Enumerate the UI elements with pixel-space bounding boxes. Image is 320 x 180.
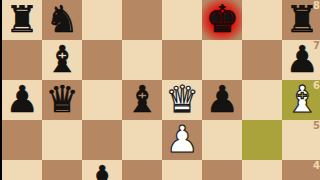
square-f6[interactable]: ♟ — [202, 80, 242, 120]
square-e8[interactable] — [162, 0, 202, 40]
black-pawn-piece[interactable]: ♟ — [202, 80, 242, 120]
square-a8[interactable]: ♜ — [2, 0, 42, 40]
black-queen-piece[interactable]: ♛ — [42, 80, 82, 120]
square-g7[interactable] — [242, 40, 282, 80]
white-queen-piece[interactable]: ♛ — [162, 80, 202, 120]
square-d5[interactable] — [122, 120, 162, 160]
square-g5[interactable] — [242, 120, 282, 160]
rank-label-8: 8 — [313, 0, 320, 11]
square-g6[interactable] — [242, 80, 282, 120]
square-g4[interactable] — [242, 160, 282, 180]
square-e6[interactable]: ♛ — [162, 80, 202, 120]
square-h8[interactable]: ♜8 — [282, 0, 320, 40]
black-pawn-piece[interactable]: ♟ — [2, 80, 42, 120]
square-b7[interactable]: ♝ — [42, 40, 82, 80]
square-f4[interactable] — [202, 160, 242, 180]
square-a4[interactable] — [2, 160, 42, 180]
rank-label-7: 7 — [313, 40, 320, 51]
square-h6[interactable]: ♝6 — [282, 80, 320, 120]
square-h5[interactable]: 5 — [282, 120, 320, 160]
black-rook-piece[interactable]: ♜ — [2, 0, 42, 40]
square-d7[interactable] — [122, 40, 162, 80]
square-b8[interactable]: ♞ — [42, 0, 82, 40]
square-d4[interactable] — [122, 160, 162, 180]
square-f8[interactable]: ♚ — [202, 0, 242, 40]
square-b5[interactable] — [42, 120, 82, 160]
video-frame: ♜♞♚♜8♝♟7♟♛♝♛♟♝6♟5♟4321 — [0, 0, 320, 180]
square-c5[interactable] — [82, 120, 122, 160]
square-b6[interactable]: ♛ — [42, 80, 82, 120]
square-f7[interactable] — [202, 40, 242, 80]
black-bishop-piece[interactable]: ♝ — [122, 80, 162, 120]
black-knight-piece[interactable]: ♞ — [42, 0, 82, 40]
square-c7[interactable] — [82, 40, 122, 80]
square-a5[interactable] — [2, 120, 42, 160]
square-b4[interactable] — [42, 160, 82, 180]
chess-board: ♜♞♚♜8♝♟7♟♛♝♛♟♝6♟5♟4321 — [2, 0, 320, 180]
square-e5[interactable]: ♟ — [162, 120, 202, 160]
square-h7[interactable]: ♟7 — [282, 40, 320, 80]
square-d8[interactable] — [122, 0, 162, 40]
square-f5[interactable] — [202, 120, 242, 160]
rank-label-6: 6 — [313, 80, 320, 91]
square-c6[interactable] — [82, 80, 122, 120]
black-king-piece[interactable]: ♚ — [202, 0, 242, 40]
square-a6[interactable]: ♟ — [2, 80, 42, 120]
white-pawn-piece[interactable]: ♟ — [162, 120, 202, 160]
square-e4[interactable] — [162, 160, 202, 180]
rank-label-5: 5 — [313, 120, 320, 131]
square-e7[interactable] — [162, 40, 202, 80]
rank-label-4: 4 — [313, 160, 320, 171]
black-bishop-piece[interactable]: ♝ — [42, 40, 82, 80]
square-g8[interactable] — [242, 0, 282, 40]
square-h4[interactable]: 4 — [282, 160, 320, 180]
square-d6[interactable]: ♝ — [122, 80, 162, 120]
square-c4[interactable]: ♟ — [82, 160, 122, 180]
square-c8[interactable] — [82, 0, 122, 40]
square-a7[interactable] — [2, 40, 42, 80]
black-pawn-piece[interactable]: ♟ — [82, 160, 122, 180]
